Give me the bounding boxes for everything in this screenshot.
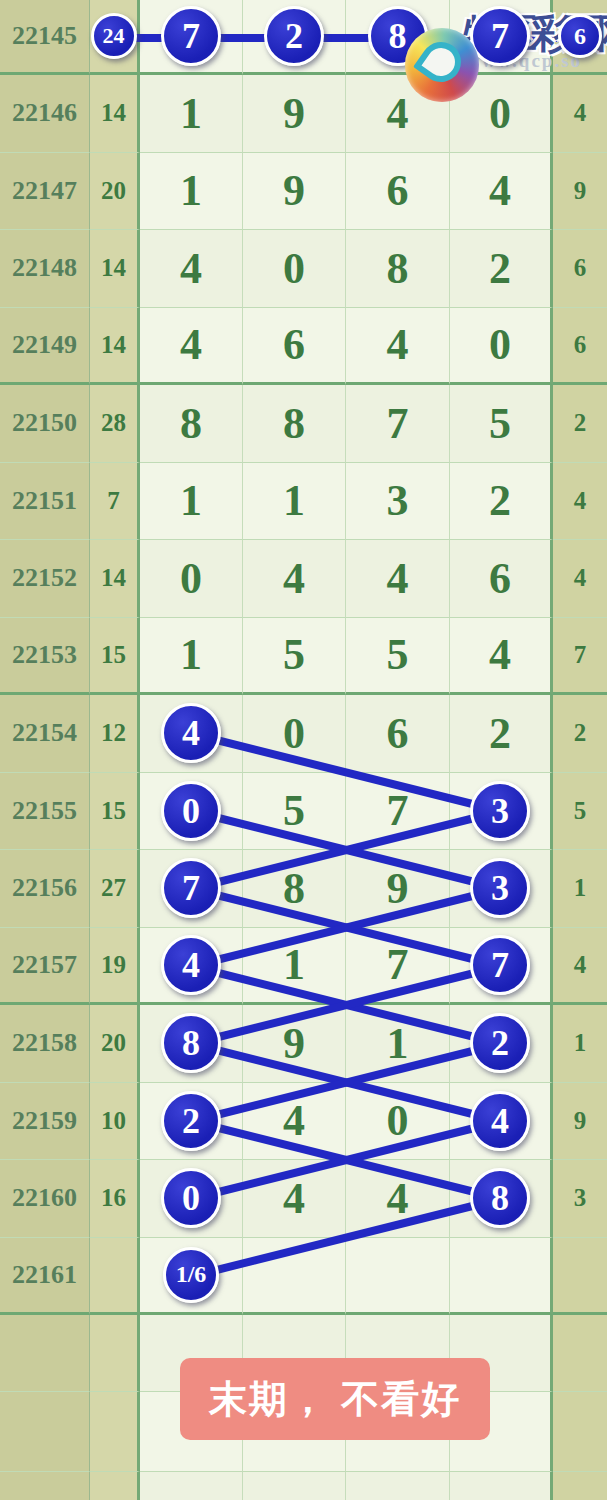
digit-cell <box>243 1472 346 1500</box>
digit-cell: 4 <box>243 1160 346 1238</box>
sum-cell: 20 <box>90 153 140 231</box>
issue-cell: 22156 <box>0 850 90 928</box>
issue-cell: 22158 <box>0 1005 90 1083</box>
digit-circle: 0 <box>161 781 221 841</box>
sum-cell <box>90 1392 140 1472</box>
digit-cell: 1 <box>243 928 346 1006</box>
digit-cell <box>346 1472 450 1500</box>
extra-digit-cell <box>553 1472 607 1500</box>
extra-digit-cell <box>553 1238 607 1316</box>
digit-cell: 4 <box>450 618 553 696</box>
issue-cell: 22151 <box>0 463 90 541</box>
digit-cell: 8 <box>450 1160 553 1238</box>
extra-digit-cell: 9 <box>553 153 607 231</box>
digit-cell: 6 <box>450 540 553 618</box>
digit-cell: 9 <box>346 850 450 928</box>
issue-cell: 22161 <box>0 1238 90 1316</box>
issue-cell: 22150 <box>0 385 90 463</box>
digit-circle: 2 <box>161 1091 221 1151</box>
extra-digit-cell: 4 <box>553 928 607 1006</box>
digit-cell: 8 <box>140 1005 243 1083</box>
digit-cell: 2 <box>450 695 553 773</box>
sum-cell <box>90 1472 140 1500</box>
digit-cell: 8 <box>346 230 450 308</box>
issue-cell: 22145 <box>0 0 90 75</box>
extra-digit-cell: 9 <box>553 1083 607 1161</box>
digit-cell: 6 <box>346 153 450 231</box>
digit-circle: 4 <box>161 935 221 995</box>
digit-cell: 2 <box>450 1005 553 1083</box>
extra-digit-cell <box>553 1392 607 1472</box>
sum-cell: 28 <box>90 385 140 463</box>
issue-cell: 22149 <box>0 308 90 386</box>
digit-cell: 4 <box>243 1083 346 1161</box>
extra-digit-cell: 3 <box>553 1160 607 1238</box>
sum-cell <box>90 1315 140 1392</box>
digit-cell: 4 <box>140 695 243 773</box>
digit-cell: 4 <box>243 540 346 618</box>
digit-cell: 1 <box>140 618 243 696</box>
digit-cell: 5 <box>450 385 553 463</box>
digit-cell <box>243 1238 346 1316</box>
issue-cell: 22146 <box>0 75 90 153</box>
digit-cell: 7 <box>346 385 450 463</box>
digit-cell: 8 <box>243 385 346 463</box>
digit-cell: 4 <box>346 308 450 386</box>
digit-circle: 3 <box>470 858 530 918</box>
extra-digit-cell <box>553 1315 607 1392</box>
issue-cell: 22154 <box>0 695 90 773</box>
digit-cell: 1 <box>346 1005 450 1083</box>
digit-cell: 6 <box>243 308 346 386</box>
digit-cell: 2 <box>140 1083 243 1161</box>
digit-cell: 0 <box>140 1160 243 1238</box>
digit-cell: 1/6 <box>140 1238 243 1316</box>
lottery-trend-chart: 2214524728762214614194042214720196492214… <box>0 0 607 1500</box>
digit-cell: 4 <box>346 1160 450 1238</box>
issue-cell <box>0 1392 90 1472</box>
issue-cell <box>0 1315 90 1392</box>
digit-cell: 1 <box>140 153 243 231</box>
sum-cell: 14 <box>90 308 140 386</box>
issue-cell: 22147 <box>0 153 90 231</box>
digit-cell: 8 <box>243 850 346 928</box>
digit-cell: 4 <box>140 928 243 1006</box>
sum-cell: 14 <box>90 230 140 308</box>
digit-cell: 2 <box>450 463 553 541</box>
issue-cell: 22153 <box>0 618 90 696</box>
digit-circle: 7 <box>161 858 221 918</box>
extra-digit-cell: 1 <box>553 850 607 928</box>
digit-cell: 8 <box>140 385 243 463</box>
extra-digit-cell: 7 <box>553 618 607 696</box>
digit-cell: 4 <box>140 308 243 386</box>
digit-circle: 8 <box>470 1168 530 1228</box>
digit-cell: 9 <box>243 153 346 231</box>
digit-cell: 0 <box>140 773 243 851</box>
digit-cell <box>450 1238 553 1316</box>
sum-cell: 24 <box>90 0 140 75</box>
digit-circle: 7 <box>470 6 530 66</box>
issue-cell <box>0 1472 90 1500</box>
sum-cell: 7 <box>90 463 140 541</box>
digit-cell: 4 <box>346 540 450 618</box>
digit-cell: 7 <box>346 928 450 1006</box>
digit-cell: 2 <box>450 230 553 308</box>
issue-cell: 22157 <box>0 928 90 1006</box>
digit-cell: 2 <box>243 0 346 75</box>
digit-cell: 4 <box>140 230 243 308</box>
digit-cell: 7 <box>346 773 450 851</box>
digit-cell <box>346 1238 450 1316</box>
digit-circle: 2 <box>470 1013 530 1073</box>
digit-cell: 7 <box>450 928 553 1006</box>
digit-cell: 9 <box>243 75 346 153</box>
digit-circle: 6 <box>558 14 602 58</box>
digit-cell: 1 <box>140 463 243 541</box>
digit-cell: 7 <box>140 0 243 75</box>
digit-cell: 3 <box>450 850 553 928</box>
digit-circle: 0 <box>161 1168 221 1228</box>
digit-circle: 1/6 <box>163 1247 219 1303</box>
digit-cell: 6 <box>346 695 450 773</box>
digit-circle: 4 <box>470 1091 530 1151</box>
issue-cell: 22160 <box>0 1160 90 1238</box>
prediction-banner: 末期， 不看好 <box>180 1358 490 1440</box>
sum-cell: 12 <box>90 695 140 773</box>
site-logo-icon <box>405 28 479 102</box>
digit-cell: 0 <box>450 308 553 386</box>
extra-digit-cell: 6 <box>553 230 607 308</box>
digit-cell: 1 <box>140 75 243 153</box>
digit-cell: 4 <box>450 1083 553 1161</box>
sum-cell: 14 <box>90 75 140 153</box>
sum-cell <box>90 1238 140 1316</box>
digit-circle: 8 <box>161 1013 221 1073</box>
issue-cell: 22155 <box>0 773 90 851</box>
sum-cell: 27 <box>90 850 140 928</box>
extra-digit-cell: 4 <box>553 540 607 618</box>
sum-cell: 15 <box>90 618 140 696</box>
digit-cell: 5 <box>243 618 346 696</box>
extra-digit-cell: 5 <box>553 773 607 851</box>
digit-cell: 0 <box>140 540 243 618</box>
sum-cell: 14 <box>90 540 140 618</box>
digit-circle: 4 <box>161 703 221 763</box>
issue-cell: 22152 <box>0 540 90 618</box>
sum-cell: 19 <box>90 928 140 1006</box>
digit-circle: 2 <box>264 6 324 66</box>
digit-cell: 9 <box>243 1005 346 1083</box>
digit-cell: 3 <box>346 463 450 541</box>
digit-cell: 7 <box>140 850 243 928</box>
digit-cell: 3 <box>450 773 553 851</box>
digit-circle: 7 <box>161 6 221 66</box>
digit-cell <box>140 1472 243 1500</box>
digit-cell: 0 <box>346 1083 450 1161</box>
digit-circle: 3 <box>470 781 530 841</box>
issue-cell: 22148 <box>0 230 90 308</box>
digit-circle: 24 <box>91 13 137 59</box>
sum-cell: 16 <box>90 1160 140 1238</box>
digit-cell <box>450 1472 553 1500</box>
extra-digit-cell: 4 <box>553 463 607 541</box>
extra-digit-cell: 2 <box>553 695 607 773</box>
issue-cell: 22159 <box>0 1083 90 1161</box>
digit-cell: 1 <box>243 463 346 541</box>
extra-digit-cell: 2 <box>553 385 607 463</box>
chart-grid: 2214524728762214614194042214720196492214… <box>0 0 607 1500</box>
extra-digit-cell: 4 <box>553 75 607 153</box>
sum-cell: 15 <box>90 773 140 851</box>
extra-digit-cell: 1 <box>553 1005 607 1083</box>
digit-cell: 0 <box>243 230 346 308</box>
digit-cell: 5 <box>243 773 346 851</box>
digit-circle: 7 <box>470 935 530 995</box>
digit-cell: 5 <box>346 618 450 696</box>
sum-cell: 20 <box>90 1005 140 1083</box>
digit-cell: 4 <box>450 153 553 231</box>
sum-cell: 10 <box>90 1083 140 1161</box>
digit-cell: 0 <box>243 695 346 773</box>
extra-digit-cell: 6 <box>553 308 607 386</box>
